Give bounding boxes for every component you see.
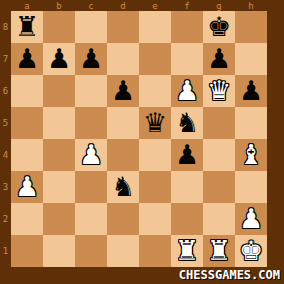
square-e5[interactable]: ♛ (139, 107, 171, 139)
square-d1[interactable] (107, 235, 139, 267)
square-c3[interactable] (75, 171, 107, 203)
rank-label-2: 2 (0, 203, 11, 235)
rank-label-1: 1 (0, 235, 11, 267)
white-king[interactable]: ♚ (235, 235, 267, 267)
square-c8[interactable] (75, 11, 107, 43)
black-pawn[interactable]: ♟ (107, 75, 139, 107)
square-a1[interactable] (11, 235, 43, 267)
file-labels: abcdefgh (11, 0, 267, 11)
black-queen[interactable]: ♛ (139, 107, 171, 139)
rank-label-4: 4 (0, 139, 11, 171)
square-a3[interactable]: ♟ (11, 171, 43, 203)
rank-label-5: 5 (0, 107, 11, 139)
file-label-c: c (75, 0, 107, 11)
square-e1[interactable] (139, 235, 171, 267)
square-g3[interactable] (203, 171, 235, 203)
square-a6[interactable] (11, 75, 43, 107)
square-b6[interactable] (43, 75, 75, 107)
square-c5[interactable] (75, 107, 107, 139)
file-label-f: f (171, 0, 203, 11)
white-pawn[interactable]: ♟ (235, 203, 267, 235)
file-label-d: d (107, 0, 139, 11)
rank-labels: 87654321 (0, 11, 11, 267)
square-a8[interactable]: ♜ (11, 11, 43, 43)
black-pawn[interactable]: ♟ (43, 43, 75, 75)
black-rook[interactable]: ♜ (11, 11, 43, 43)
square-c4[interactable]: ♟ (75, 139, 107, 171)
black-pawn[interactable]: ♟ (171, 139, 203, 171)
square-f7[interactable] (171, 43, 203, 75)
file-label-b: b (43, 0, 75, 11)
square-f8[interactable] (171, 11, 203, 43)
square-e6[interactable] (139, 75, 171, 107)
square-b7[interactable]: ♟ (43, 43, 75, 75)
square-b1[interactable] (43, 235, 75, 267)
black-pawn[interactable]: ♟ (75, 43, 107, 75)
square-c2[interactable] (75, 203, 107, 235)
square-c1[interactable] (75, 235, 107, 267)
square-g6[interactable]: ♛ (203, 75, 235, 107)
white-pawn[interactable]: ♟ (11, 171, 43, 203)
rank-label-6: 6 (0, 75, 11, 107)
file-label-h: h (235, 0, 267, 11)
white-rook[interactable]: ♜ (171, 235, 203, 267)
square-d8[interactable] (107, 11, 139, 43)
white-queen[interactable]: ♛ (203, 75, 235, 107)
square-h1[interactable]: ♚ (235, 235, 267, 267)
square-b5[interactable] (43, 107, 75, 139)
file-label-a: a (11, 0, 43, 11)
square-c7[interactable]: ♟ (75, 43, 107, 75)
square-f4[interactable]: ♟ (171, 139, 203, 171)
white-pawn[interactable]: ♟ (75, 139, 107, 171)
square-b3[interactable] (43, 171, 75, 203)
square-e7[interactable] (139, 43, 171, 75)
square-g5[interactable] (203, 107, 235, 139)
black-king[interactable]: ♚ (203, 11, 235, 43)
white-pawn[interactable]: ♟ (171, 75, 203, 107)
square-a2[interactable] (11, 203, 43, 235)
square-f3[interactable] (171, 171, 203, 203)
square-a7[interactable]: ♟ (11, 43, 43, 75)
rank-label-3: 3 (0, 171, 11, 203)
square-e2[interactable] (139, 203, 171, 235)
rank-label-7: 7 (0, 43, 11, 75)
square-e3[interactable] (139, 171, 171, 203)
square-a5[interactable] (11, 107, 43, 139)
black-pawn[interactable]: ♟ (203, 43, 235, 75)
square-f5[interactable]: ♞ (171, 107, 203, 139)
square-h7[interactable] (235, 43, 267, 75)
square-h8[interactable] (235, 11, 267, 43)
black-knight[interactable]: ♞ (107, 171, 139, 203)
square-f6[interactable]: ♟ (171, 75, 203, 107)
square-b2[interactable] (43, 203, 75, 235)
chess-diagram: abcdefgh 87654321 ♜♚♟♟♟♟♟♟♛♟♛♞♟♟♝♟♞♟♜♜♚ … (0, 0, 284, 284)
square-h5[interactable] (235, 107, 267, 139)
square-e4[interactable] (139, 139, 171, 171)
square-d3[interactable]: ♞ (107, 171, 139, 203)
white-rook[interactable]: ♜ (203, 235, 235, 267)
white-bishop[interactable]: ♝ (235, 139, 267, 171)
site-watermark: CHESSGAMES.COM (179, 268, 280, 282)
square-g7[interactable]: ♟ (203, 43, 235, 75)
square-g4[interactable] (203, 139, 235, 171)
square-d2[interactable] (107, 203, 139, 235)
square-g2[interactable] (203, 203, 235, 235)
square-f1[interactable]: ♜ (171, 235, 203, 267)
square-e8[interactable] (139, 11, 171, 43)
square-d5[interactable] (107, 107, 139, 139)
square-g1[interactable]: ♜ (203, 235, 235, 267)
square-b8[interactable] (43, 11, 75, 43)
file-label-g: g (203, 0, 235, 11)
rank-label-8: 8 (0, 11, 11, 43)
square-h6[interactable]: ♟ (235, 75, 267, 107)
square-g8[interactable]: ♚ (203, 11, 235, 43)
black-knight[interactable]: ♞ (171, 107, 203, 139)
square-d7[interactable] (107, 43, 139, 75)
black-pawn[interactable]: ♟ (235, 75, 267, 107)
square-b4[interactable] (43, 139, 75, 171)
board: ♜♚♟♟♟♟♟♟♛♟♛♞♟♟♝♟♞♟♜♜♚ (11, 11, 267, 267)
square-d6[interactable]: ♟ (107, 75, 139, 107)
square-f2[interactable] (171, 203, 203, 235)
square-h4[interactable]: ♝ (235, 139, 267, 171)
square-h3[interactable] (235, 171, 267, 203)
square-h2[interactable]: ♟ (235, 203, 267, 235)
square-d4[interactable] (107, 139, 139, 171)
square-a4[interactable] (11, 139, 43, 171)
file-label-e: e (139, 0, 171, 11)
black-pawn[interactable]: ♟ (11, 43, 43, 75)
square-c6[interactable] (75, 75, 107, 107)
